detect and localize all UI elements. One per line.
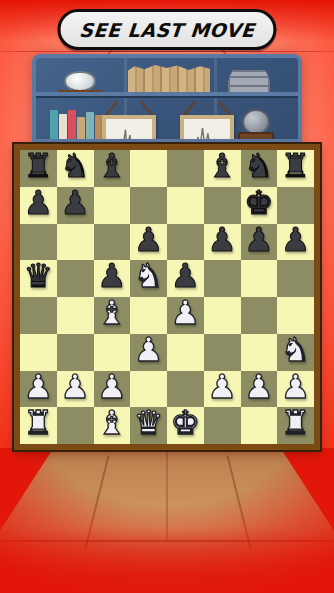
- square-g4[interactable]: [241, 297, 278, 334]
- square-h4[interactable]: [277, 297, 314, 334]
- square-c7[interactable]: [94, 187, 131, 224]
- piece-white-pawn[interactable]: ♟: [24, 369, 54, 406]
- piece-black-knight[interactable]: ♞: [60, 148, 90, 185]
- square-a3[interactable]: [20, 334, 57, 371]
- piece-black-pawn[interactable]: ♟: [207, 222, 237, 259]
- square-h8[interactable]: ♜: [277, 150, 314, 187]
- piece-black-bishop[interactable]: ♝: [97, 148, 127, 185]
- square-d7[interactable]: [130, 187, 167, 224]
- square-a4[interactable]: [20, 297, 57, 334]
- square-c6[interactable]: [94, 224, 131, 261]
- piece-white-bishop[interactable]: ♝: [97, 405, 127, 442]
- square-f1[interactable]: [204, 407, 241, 444]
- chess-board[interactable]: ♜♞♝♝♞♜♟♟♚♟♟♟♟♛♟♞♟♝♟♟♞♟♟♟♟♟♟♜♝♛♚♜: [14, 144, 320, 450]
- square-e7[interactable]: [167, 187, 204, 224]
- square-d8[interactable]: [130, 150, 167, 187]
- square-g7[interactable]: ♚: [241, 187, 278, 224]
- shelf: [36, 92, 298, 98]
- piece-black-rook[interactable]: ♜: [24, 148, 54, 185]
- square-c1[interactable]: ♝: [94, 407, 131, 444]
- square-h5[interactable]: [277, 260, 314, 297]
- piece-black-queen[interactable]: ♛: [24, 258, 54, 295]
- piece-white-pawn[interactable]: ♟: [134, 332, 164, 369]
- square-d5[interactable]: ♞: [130, 260, 167, 297]
- piece-black-bishop[interactable]: ♝: [207, 148, 237, 185]
- square-d6[interactable]: ♟: [130, 224, 167, 261]
- square-d2[interactable]: [130, 371, 167, 408]
- game-screen: ♜♞♝♝♞♜♟♟♚♟♟♟♟♛♟♞♟♝♟♟♞♟♟♟♟♟♟♜♝♛♚♜ SEE LAS…: [0, 0, 334, 593]
- square-a6[interactable]: [20, 224, 57, 261]
- square-b3[interactable]: [57, 334, 94, 371]
- piece-white-queen[interactable]: ♛: [134, 405, 164, 442]
- piece-black-king[interactable]: ♚: [244, 185, 274, 222]
- square-b8[interactable]: ♞: [57, 150, 94, 187]
- square-b2[interactable]: ♟: [57, 371, 94, 408]
- piece-black-pawn[interactable]: ♟: [60, 185, 90, 222]
- square-c5[interactable]: ♟: [94, 260, 131, 297]
- square-e3[interactable]: [167, 334, 204, 371]
- piece-white-knight[interactable]: ♞: [281, 332, 311, 369]
- square-h7[interactable]: [277, 187, 314, 224]
- square-g3[interactable]: [241, 334, 278, 371]
- square-g1[interactable]: [241, 407, 278, 444]
- piece-white-pawn[interactable]: ♟: [281, 369, 311, 406]
- square-e2[interactable]: [167, 371, 204, 408]
- piece-black-pawn[interactable]: ♟: [171, 258, 201, 295]
- square-h3[interactable]: ♞: [277, 334, 314, 371]
- square-g6[interactable]: ♟: [241, 224, 278, 261]
- square-b1[interactable]: [57, 407, 94, 444]
- square-c3[interactable]: [94, 334, 131, 371]
- piece-black-pawn[interactable]: ♟: [97, 258, 127, 295]
- piece-white-knight[interactable]: ♞: [134, 258, 164, 295]
- square-d3[interactable]: ♟: [130, 334, 167, 371]
- square-a8[interactable]: ♜: [20, 150, 57, 187]
- square-e4[interactable]: ♟: [167, 297, 204, 334]
- square-f4[interactable]: [204, 297, 241, 334]
- square-f3[interactable]: [204, 334, 241, 371]
- square-a2[interactable]: ♟: [20, 371, 57, 408]
- square-b4[interactable]: [57, 297, 94, 334]
- square-b6[interactable]: [57, 224, 94, 261]
- piece-black-pawn[interactable]: ♟: [281, 222, 311, 259]
- floor-shading: [0, 448, 334, 593]
- piece-black-pawn[interactable]: ♟: [134, 222, 164, 259]
- piece-white-bishop[interactable]: ♝: [97, 295, 127, 332]
- piece-black-pawn[interactable]: ♟: [244, 222, 274, 259]
- square-f6[interactable]: ♟: [204, 224, 241, 261]
- piece-white-pawn[interactable]: ♟: [207, 369, 237, 406]
- piece-white-pawn[interactable]: ♟: [97, 369, 127, 406]
- square-b7[interactable]: ♟: [57, 187, 94, 224]
- square-c2[interactable]: ♟: [94, 371, 131, 408]
- bookshelf: [32, 54, 302, 154]
- see-last-move-label: SEE LAST MOVE: [79, 19, 256, 41]
- square-f2[interactable]: ♟: [204, 371, 241, 408]
- bowl-ornament: [64, 71, 96, 92]
- piece-black-knight[interactable]: ♞: [244, 148, 274, 185]
- square-f8[interactable]: ♝: [204, 150, 241, 187]
- square-g5[interactable]: [241, 260, 278, 297]
- square-a7[interactable]: ♟: [20, 187, 57, 224]
- see-last-move-button[interactable]: SEE LAST MOVE: [57, 9, 276, 50]
- square-a5[interactable]: ♛: [20, 260, 57, 297]
- square-g8[interactable]: ♞: [241, 150, 278, 187]
- square-f5[interactable]: [204, 260, 241, 297]
- piece-white-pawn[interactable]: ♟: [171, 295, 201, 332]
- square-c8[interactable]: ♝: [94, 150, 131, 187]
- square-e6[interactable]: [167, 224, 204, 261]
- piece-white-king[interactable]: ♚: [171, 405, 201, 442]
- piece-black-rook[interactable]: ♜: [281, 148, 311, 185]
- square-h1[interactable]: ♜: [277, 407, 314, 444]
- piece-white-pawn[interactable]: ♟: [60, 369, 90, 406]
- square-d1[interactable]: ♛: [130, 407, 167, 444]
- piece-white-pawn[interactable]: ♟: [244, 369, 274, 406]
- square-f7[interactable]: [204, 187, 241, 224]
- square-c4[interactable]: ♝: [94, 297, 131, 334]
- square-g2[interactable]: ♟: [241, 371, 278, 408]
- piece-black-pawn[interactable]: ♟: [24, 185, 54, 222]
- piece-white-rook[interactable]: ♜: [281, 405, 311, 442]
- square-h6[interactable]: ♟: [277, 224, 314, 261]
- square-e1[interactable]: ♚: [167, 407, 204, 444]
- square-h2[interactable]: ♟: [277, 371, 314, 408]
- piece-white-rook[interactable]: ♜: [24, 405, 54, 442]
- square-e8[interactable]: [167, 150, 204, 187]
- square-b5[interactable]: [57, 260, 94, 297]
- square-a1[interactable]: ♜: [20, 407, 57, 444]
- square-e5[interactable]: ♟: [167, 260, 204, 297]
- square-d4[interactable]: [130, 297, 167, 334]
- floor: [0, 448, 334, 593]
